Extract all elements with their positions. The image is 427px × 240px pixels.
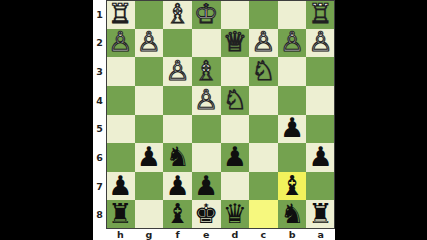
square-e7[interactable]: ♟ [192, 172, 221, 201]
square-d7[interactable] [221, 172, 250, 201]
square-c3[interactable]: ♘ [249, 57, 278, 86]
square-a1[interactable]: ♖ [306, 0, 335, 29]
square-c5[interactable] [249, 115, 278, 144]
square-a5[interactable] [306, 115, 335, 144]
square-b5[interactable]: ♟ [278, 115, 307, 144]
square-c6[interactable] [249, 143, 278, 172]
piece-black-knight: ♞ [165, 143, 189, 170]
rank-label-1: 1 [93, 0, 106, 29]
square-a3[interactable] [306, 57, 335, 86]
file-label-h: h [106, 229, 135, 240]
piece-white-bishop: ♗ [165, 0, 189, 27]
square-c8[interactable] [249, 200, 278, 229]
square-h7[interactable]: ♟ [106, 172, 135, 201]
square-a2[interactable]: ♙ [306, 29, 335, 58]
square-e6[interactable] [192, 143, 221, 172]
piece-white-pawn: ♙ [108, 29, 132, 56]
piece-white-queen: ♕ [223, 29, 247, 56]
square-b1[interactable] [278, 0, 307, 29]
square-f4[interactable] [163, 86, 192, 115]
piece-black-bishop: ♝ [280, 172, 304, 199]
square-d5[interactable] [221, 115, 250, 144]
square-g6[interactable]: ♟ [135, 143, 164, 172]
piece-white-pawn: ♙ [280, 29, 304, 56]
square-h3[interactable] [106, 57, 135, 86]
piece-white-king: ♔ [194, 0, 218, 27]
piece-white-bishop: ♗ [194, 57, 218, 84]
square-f8[interactable]: ♝ [163, 200, 192, 229]
piece-black-pawn: ♟ [280, 115, 304, 142]
piece-white-knight: ♘ [251, 57, 275, 84]
piece-black-pawn: ♟ [194, 172, 218, 199]
piece-black-pawn: ♟ [165, 172, 189, 199]
piece-white-pawn: ♙ [251, 29, 275, 56]
rank-label-5: 5 [93, 115, 106, 144]
piece-white-pawn: ♙ [165, 57, 189, 84]
square-d6[interactable]: ♟ [221, 143, 250, 172]
file-label-b: b [278, 229, 307, 240]
square-g8[interactable] [135, 200, 164, 229]
file-label-c: c [249, 229, 278, 240]
square-f3[interactable]: ♙ [163, 57, 192, 86]
square-g3[interactable] [135, 57, 164, 86]
file-label-f: f [163, 229, 192, 240]
square-b2[interactable]: ♙ [278, 29, 307, 58]
square-a6[interactable]: ♟ [306, 143, 335, 172]
square-f2[interactable] [163, 29, 192, 58]
file-labels: hgfedcba [106, 229, 335, 240]
piece-black-rook: ♜ [309, 200, 333, 227]
board-panel: 12345678 ♖♗♔♖♙♙♕♙♙♙♙♗♘♙♘♟♟♞♟♟♟♟♟♝♜♝♚♛♞♜ … [93, 0, 335, 240]
square-h2[interactable]: ♙ [106, 29, 135, 58]
rank-labels: 12345678 [93, 0, 106, 229]
square-c7[interactable] [249, 172, 278, 201]
square-f7[interactable]: ♟ [163, 172, 192, 201]
rank-label-7: 7 [93, 172, 106, 201]
square-f1[interactable]: ♗ [163, 0, 192, 29]
square-h5[interactable] [106, 115, 135, 144]
piece-white-rook: ♖ [108, 0, 132, 27]
square-e5[interactable] [192, 115, 221, 144]
piece-white-pawn: ♙ [309, 29, 333, 56]
piece-white-pawn: ♙ [137, 29, 161, 56]
rank-label-8: 8 [93, 200, 106, 229]
piece-white-rook: ♖ [309, 0, 333, 27]
square-e1[interactable]: ♔ [192, 0, 221, 29]
piece-white-pawn: ♙ [194, 86, 218, 113]
square-g5[interactable] [135, 115, 164, 144]
rank-label-2: 2 [93, 29, 106, 58]
piece-black-king: ♚ [194, 200, 218, 227]
chess-board: ♖♗♔♖♙♙♕♙♙♙♙♗♘♙♘♟♟♞♟♟♟♟♟♝♜♝♚♛♞♜ [106, 0, 335, 229]
rank-label-4: 4 [93, 86, 106, 115]
square-h1[interactable]: ♖ [106, 0, 135, 29]
square-d1[interactable] [221, 0, 250, 29]
square-g1[interactable] [135, 0, 164, 29]
file-label-g: g [135, 229, 164, 240]
square-h8[interactable]: ♜ [106, 200, 135, 229]
piece-black-pawn: ♟ [309, 143, 333, 170]
square-a8[interactable]: ♜ [306, 200, 335, 229]
square-b7[interactable]: ♝ [278, 172, 307, 201]
square-d3[interactable] [221, 57, 250, 86]
page-background: 12345678 ♖♗♔♖♙♙♕♙♙♙♙♗♘♙♘♟♟♞♟♟♟♟♟♝♜♝♚♛♞♜ … [0, 0, 427, 240]
file-label-e: e [192, 229, 221, 240]
square-b3[interactable] [278, 57, 307, 86]
square-d4[interactable]: ♘ [221, 86, 250, 115]
rank-label-3: 3 [93, 57, 106, 86]
square-b4[interactable] [278, 86, 307, 115]
piece-black-bishop: ♝ [165, 200, 189, 227]
square-h4[interactable] [106, 86, 135, 115]
piece-black-rook: ♜ [108, 200, 132, 227]
square-b6[interactable] [278, 143, 307, 172]
square-b8[interactable]: ♞ [278, 200, 307, 229]
square-f5[interactable] [163, 115, 192, 144]
square-f6[interactable]: ♞ [163, 143, 192, 172]
square-g4[interactable] [135, 86, 164, 115]
piece-white-knight: ♘ [223, 86, 247, 113]
square-g2[interactable]: ♙ [135, 29, 164, 58]
file-label-d: d [221, 229, 250, 240]
file-label-a: a [306, 229, 335, 240]
square-a7[interactable] [306, 172, 335, 201]
piece-black-pawn: ♟ [137, 143, 161, 170]
square-e2[interactable] [192, 29, 221, 58]
square-c4[interactable] [249, 86, 278, 115]
piece-black-pawn: ♟ [108, 172, 132, 199]
square-a4[interactable] [306, 86, 335, 115]
square-e4[interactable]: ♙ [192, 86, 221, 115]
square-d2[interactable]: ♕ [221, 29, 250, 58]
square-e3[interactable]: ♗ [192, 57, 221, 86]
square-c1[interactable] [249, 0, 278, 29]
rank-label-6: 6 [93, 143, 106, 172]
square-e8[interactable]: ♚ [192, 200, 221, 229]
square-d8[interactable]: ♛ [221, 200, 250, 229]
piece-black-queen: ♛ [223, 200, 247, 227]
square-h6[interactable] [106, 143, 135, 172]
square-c2[interactable]: ♙ [249, 29, 278, 58]
piece-black-pawn: ♟ [223, 143, 247, 170]
square-g7[interactable] [135, 172, 164, 201]
piece-black-knight: ♞ [280, 200, 304, 227]
